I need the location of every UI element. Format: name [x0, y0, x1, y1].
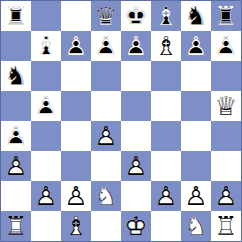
- square-e6[interactable]: [121, 61, 151, 91]
- piece-white-king[interactable]: ♚♔: [121, 211, 151, 241]
- piece-black-pawn[interactable]: ♟♙: [211, 31, 241, 61]
- square-a6[interactable]: ♞♘: [1, 61, 31, 91]
- square-g3[interactable]: [181, 151, 211, 181]
- square-a4[interactable]: ♟♙: [1, 121, 31, 151]
- square-g6[interactable]: [181, 61, 211, 91]
- piece-white-pawn[interactable]: ♟♙: [151, 181, 181, 211]
- piece-black-bishop[interactable]: ♝♗: [151, 1, 181, 31]
- square-g5[interactable]: [181, 91, 211, 121]
- piece-outline-glyph: ♙: [31, 181, 61, 211]
- square-e3[interactable]: ♟♙: [121, 151, 151, 181]
- piece-outline-glyph: ♙: [151, 181, 181, 211]
- piece-outline-glyph: ♘: [91, 181, 121, 211]
- square-f3[interactable]: [151, 151, 181, 181]
- square-d4[interactable]: ♟♙: [91, 121, 121, 151]
- square-h1[interactable]: ♜♖: [211, 211, 241, 241]
- piece-outline-glyph: ♗: [151, 31, 181, 61]
- square-a5[interactable]: [1, 91, 31, 121]
- piece-white-knight[interactable]: ♞♘: [91, 181, 121, 211]
- piece-outline-glyph: ♖: [211, 211, 241, 241]
- square-g2[interactable]: ♟♙: [181, 181, 211, 211]
- square-b5[interactable]: ♟♙: [31, 91, 61, 121]
- square-d8[interactable]: ♛♕: [91, 1, 121, 31]
- piece-white-queen[interactable]: ♛♕: [211, 91, 241, 121]
- square-b1[interactable]: [31, 211, 61, 241]
- square-c5[interactable]: [61, 91, 91, 121]
- square-h8[interactable]: ♜♖: [211, 1, 241, 31]
- square-a8[interactable]: ♜♖: [1, 1, 31, 31]
- piece-outline-glyph: ♙: [211, 181, 241, 211]
- square-h4[interactable]: [211, 121, 241, 151]
- piece-outline-glyph: ♙: [1, 151, 31, 181]
- board-grid: ♜♖♛♕♚♔♝♗♞♘♜♖♝♗♟♙♟♙♟♙♝♗♟♙♟♙♞♘♟♙♛♕♟♙♟♙♟♙♟♙…: [0, 0, 242, 242]
- square-e4[interactable]: [121, 121, 151, 151]
- piece-black-bishop[interactable]: ♝♗: [31, 31, 61, 61]
- square-g4[interactable]: [181, 121, 211, 151]
- square-d3[interactable]: [91, 151, 121, 181]
- square-b8[interactable]: [31, 1, 61, 31]
- square-f4[interactable]: [151, 121, 181, 151]
- piece-outline-glyph: ♘: [181, 211, 211, 241]
- piece-outline-glyph: ♗: [61, 211, 91, 241]
- square-e2[interactable]: [121, 181, 151, 211]
- piece-outline-glyph: ♙: [211, 31, 241, 61]
- piece-black-pawn[interactable]: ♟♙: [61, 31, 91, 61]
- piece-outline-glyph: ♖: [1, 211, 31, 241]
- piece-white-pawn[interactable]: ♟♙: [181, 181, 211, 211]
- piece-black-knight[interactable]: ♞♘: [1, 61, 31, 91]
- square-a7[interactable]: [1, 31, 31, 61]
- piece-outline-glyph: ♙: [31, 91, 61, 121]
- piece-outline-glyph: ♔: [121, 211, 151, 241]
- square-f8[interactable]: ♝♗: [151, 1, 181, 31]
- piece-white-pawn[interactable]: ♟♙: [121, 151, 151, 181]
- piece-black-queen[interactable]: ♛♕: [91, 1, 121, 31]
- square-h5[interactable]: ♛♕: [211, 91, 241, 121]
- square-f2[interactable]: ♟♙: [151, 181, 181, 211]
- square-d1[interactable]: [91, 211, 121, 241]
- piece-outline-glyph: ♖: [1, 1, 31, 31]
- square-b7[interactable]: ♝♗: [31, 31, 61, 61]
- square-d2[interactable]: ♞♘: [91, 181, 121, 211]
- square-f1[interactable]: [151, 211, 181, 241]
- square-c2[interactable]: ♟♙: [61, 181, 91, 211]
- piece-white-rook[interactable]: ♜♖: [211, 211, 241, 241]
- square-h7[interactable]: ♟♙: [211, 31, 241, 61]
- square-f7[interactable]: ♝♗: [151, 31, 181, 61]
- piece-black-pawn[interactable]: ♟♙: [1, 121, 31, 151]
- square-b4[interactable]: [31, 121, 61, 151]
- piece-white-pawn[interactable]: ♟♙: [211, 181, 241, 211]
- square-c1[interactable]: ♝♗: [61, 211, 91, 241]
- piece-outline-glyph: ♕: [91, 1, 121, 31]
- piece-white-rook[interactable]: ♜♖: [1, 211, 31, 241]
- square-f5[interactable]: [151, 91, 181, 121]
- piece-outline-glyph: ♙: [61, 31, 91, 61]
- piece-outline-glyph: ♘: [1, 61, 31, 91]
- square-g1[interactable]: ♞♘: [181, 211, 211, 241]
- piece-black-pawn[interactable]: ♟♙: [91, 31, 121, 61]
- piece-white-bishop[interactable]: ♝♗: [151, 31, 181, 61]
- square-d6[interactable]: [91, 61, 121, 91]
- square-b3[interactable]: [31, 151, 61, 181]
- piece-white-knight[interactable]: ♞♘: [181, 211, 211, 241]
- piece-outline-glyph: ♙: [121, 31, 151, 61]
- piece-black-rook[interactable]: ♜♖: [1, 1, 31, 31]
- square-e1[interactable]: ♚♔: [121, 211, 151, 241]
- piece-white-pawn[interactable]: ♟♙: [91, 121, 121, 151]
- square-f6[interactable]: [151, 61, 181, 91]
- square-c8[interactable]: [61, 1, 91, 31]
- piece-white-pawn[interactable]: ♟♙: [61, 181, 91, 211]
- piece-outline-glyph: ♙: [91, 121, 121, 151]
- piece-outline-glyph: ♙: [181, 181, 211, 211]
- piece-outline-glyph: ♖: [211, 1, 241, 31]
- square-e5[interactable]: [121, 91, 151, 121]
- piece-black-pawn[interactable]: ♟♙: [181, 31, 211, 61]
- square-b2[interactable]: ♟♙: [31, 181, 61, 211]
- square-e8[interactable]: ♚♔: [121, 1, 151, 31]
- piece-white-bishop[interactable]: ♝♗: [61, 211, 91, 241]
- square-g7[interactable]: ♟♙: [181, 31, 211, 61]
- square-h2[interactable]: ♟♙: [211, 181, 241, 211]
- piece-black-rook[interactable]: ♜♖: [211, 1, 241, 31]
- square-d7[interactable]: ♟♙: [91, 31, 121, 61]
- square-e7[interactable]: ♟♙: [121, 31, 151, 61]
- piece-black-pawn[interactable]: ♟♙: [31, 91, 61, 121]
- piece-black-knight[interactable]: ♞♘: [181, 1, 211, 31]
- piece-black-pawn[interactable]: ♟♙: [121, 31, 151, 61]
- square-c6[interactable]: [61, 61, 91, 91]
- piece-outline-glyph: ♗: [151, 1, 181, 31]
- piece-outline-glyph: ♙: [181, 31, 211, 61]
- piece-outline-glyph: ♙: [1, 121, 31, 151]
- piece-outline-glyph: ♗: [31, 31, 61, 61]
- piece-outline-glyph: ♔: [121, 1, 151, 31]
- square-a3[interactable]: ♟♙: [1, 151, 31, 181]
- piece-black-king[interactable]: ♚♔: [121, 1, 151, 31]
- square-b6[interactable]: [31, 61, 61, 91]
- square-a1[interactable]: ♜♖: [1, 211, 31, 241]
- square-h6[interactable]: [211, 61, 241, 91]
- square-c3[interactable]: [61, 151, 91, 181]
- square-g8[interactable]: ♞♘: [181, 1, 211, 31]
- square-a2[interactable]: [1, 181, 31, 211]
- piece-outline-glyph: ♙: [61, 181, 91, 211]
- piece-outline-glyph: ♙: [91, 31, 121, 61]
- square-c7[interactable]: ♟♙: [61, 31, 91, 61]
- piece-white-pawn[interactable]: ♟♙: [31, 181, 61, 211]
- square-d5[interactable]: [91, 91, 121, 121]
- square-h3[interactable]: [211, 151, 241, 181]
- chess-board: ♜♖♛♕♚♔♝♗♞♘♜♖♝♗♟♙♟♙♟♙♝♗♟♙♟♙♞♘♟♙♛♕♟♙♟♙♟♙♟♙…: [0, 0, 242, 242]
- piece-white-pawn[interactable]: ♟♙: [1, 151, 31, 181]
- square-c4[interactable]: [61, 121, 91, 151]
- piece-outline-glyph: ♙: [121, 151, 151, 181]
- piece-outline-glyph: ♘: [181, 1, 211, 31]
- piece-outline-glyph: ♕: [211, 91, 241, 121]
